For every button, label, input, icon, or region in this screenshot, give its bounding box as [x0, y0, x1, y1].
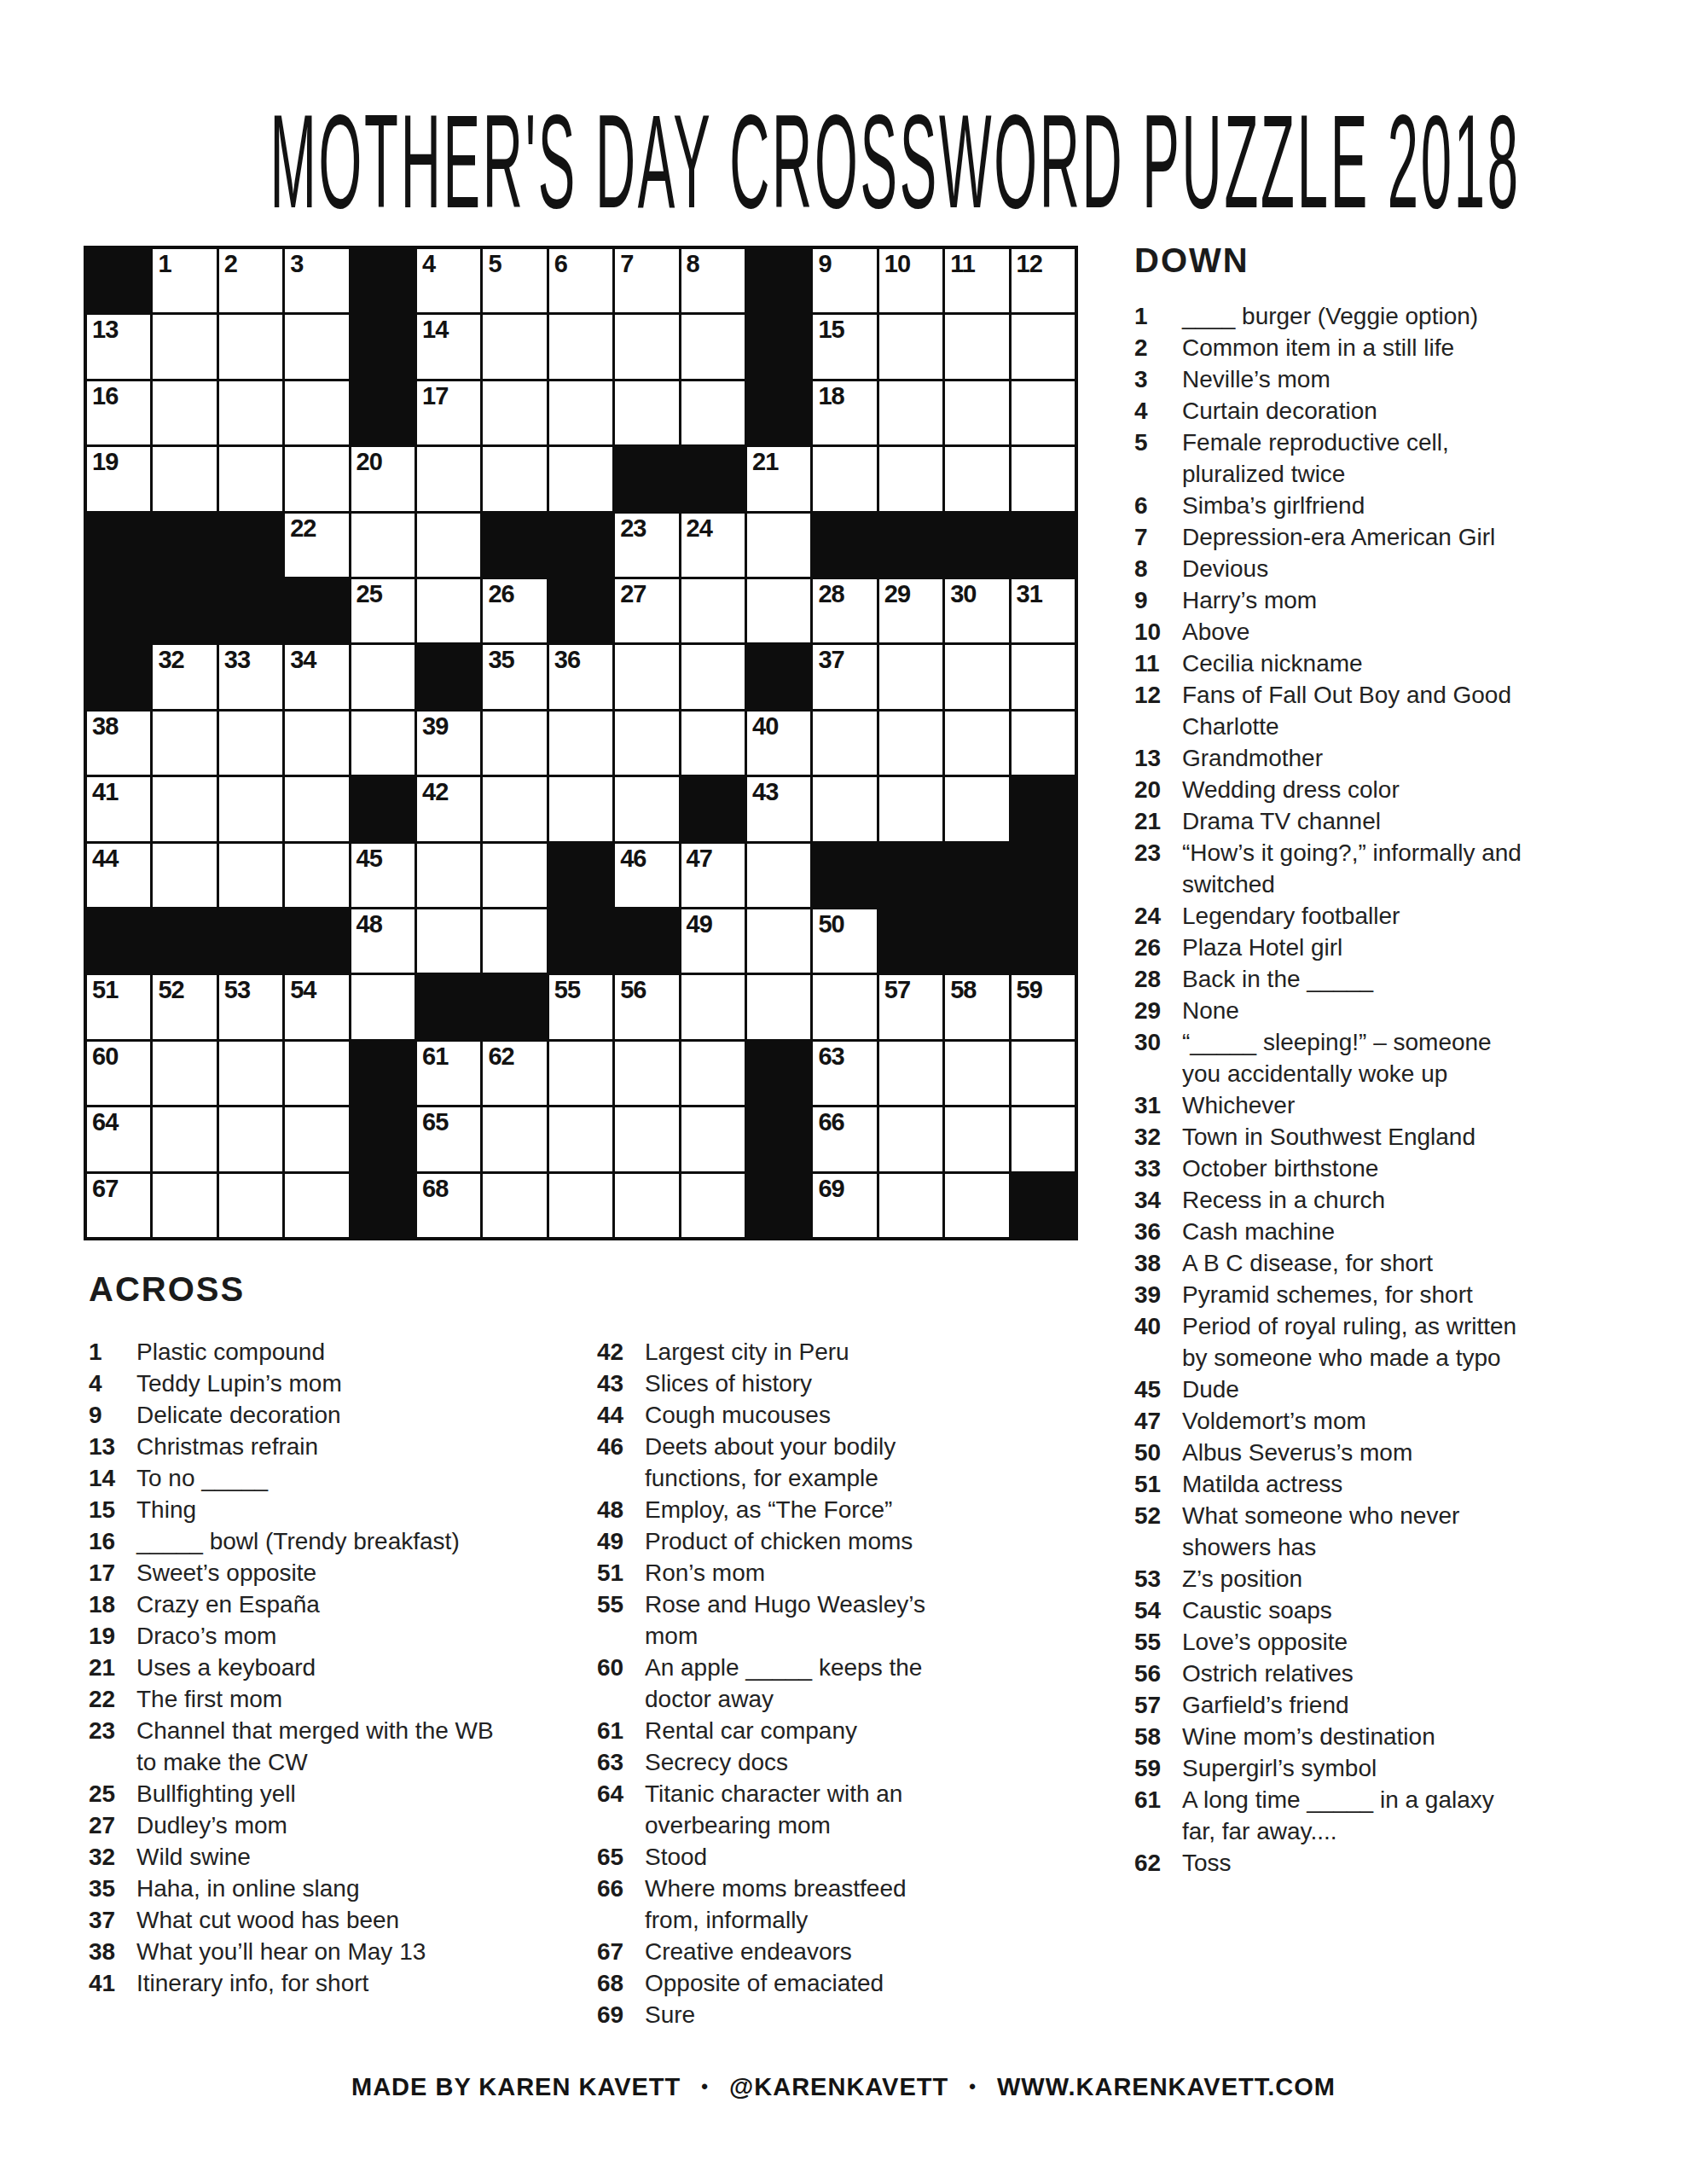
white-cell[interactable] — [615, 381, 678, 444]
white-cell[interactable] — [879, 1042, 942, 1105]
white-cell[interactable]: 22 — [285, 514, 348, 577]
white-cell[interactable]: 63 — [813, 1042, 876, 1105]
clue-number: 32 — [1134, 1121, 1182, 1153]
clue: 21Uses a keyboard — [89, 1652, 503, 1683]
footer-segment: WWW.KARENKAVETT.COM — [997, 2073, 1336, 2100]
clue: 14To no _____ — [89, 1462, 503, 1494]
white-cell[interactable] — [1012, 1107, 1075, 1170]
cell-number: 21 — [752, 448, 778, 476]
white-cell[interactable]: 29 — [879, 579, 942, 642]
across-header: ACROSS — [89, 1270, 245, 1309]
cell-number: 29 — [884, 580, 910, 608]
white-cell[interactable]: 59 — [1012, 975, 1075, 1038]
white-cell[interactable]: 43 — [747, 777, 810, 840]
black-cell — [615, 447, 678, 510]
white-cell[interactable] — [219, 447, 282, 510]
white-cell[interactable] — [879, 1174, 942, 1237]
white-cell[interactable]: 31 — [1012, 579, 1075, 642]
white-cell[interactable]: 15 — [813, 315, 876, 378]
white-cell[interactable] — [153, 315, 216, 378]
black-cell — [285, 909, 348, 973]
white-cell[interactable]: 24 — [681, 514, 745, 577]
white-cell[interactable] — [615, 777, 678, 840]
cell-number: 64 — [92, 1108, 118, 1136]
white-cell[interactable]: 19 — [87, 447, 150, 510]
down-clues-column: 1____ burger (Veggie option)2Common item… — [1134, 300, 1528, 1879]
white-cell[interactable]: 46 — [615, 844, 678, 907]
clue: 7Depression-era American Girl — [1134, 521, 1528, 553]
white-cell[interactable] — [219, 1174, 282, 1237]
clue-text: To no _____ — [136, 1462, 503, 1494]
white-cell[interactable]: 34 — [285, 645, 348, 708]
black-cell — [879, 514, 942, 577]
white-cell[interactable] — [879, 645, 942, 708]
white-cell[interactable] — [219, 777, 282, 840]
white-cell[interactable] — [945, 1107, 1008, 1170]
white-cell[interactable] — [483, 844, 546, 907]
white-cell[interactable] — [879, 712, 942, 775]
clue-text: Grandmother — [1182, 742, 1528, 774]
white-cell[interactable] — [615, 315, 678, 378]
white-cell[interactable]: 61 — [417, 1042, 480, 1105]
white-cell[interactable] — [945, 447, 1008, 510]
clue-number: 58 — [1134, 1721, 1182, 1752]
white-cell[interactable] — [285, 1174, 348, 1237]
white-cell[interactable] — [285, 712, 348, 775]
white-cell[interactable]: 60 — [87, 1042, 150, 1105]
clue-text: Secrecy docs — [645, 1746, 962, 1778]
white-cell[interactable]: 5 — [483, 249, 546, 312]
black-cell — [87, 579, 150, 642]
white-cell[interactable] — [483, 1107, 546, 1170]
white-cell[interactable] — [417, 909, 480, 973]
white-cell[interactable]: 21 — [747, 447, 810, 510]
white-cell[interactable]: 12 — [1012, 249, 1075, 312]
clue-number: 38 — [89, 1936, 136, 1967]
white-cell[interactable]: 13 — [87, 315, 150, 378]
white-cell[interactable] — [351, 712, 415, 775]
white-cell[interactable] — [549, 1174, 612, 1237]
white-cell[interactable] — [483, 909, 546, 973]
cell-number: 45 — [357, 845, 382, 873]
white-cell[interactable] — [681, 1042, 745, 1105]
clue: 68Opposite of emaciated — [597, 1967, 962, 1999]
clue-text: Devious — [1182, 553, 1528, 584]
white-cell[interactable] — [681, 975, 745, 1038]
white-cell[interactable] — [1012, 447, 1075, 510]
black-cell — [879, 909, 942, 973]
white-cell[interactable]: 4 — [417, 249, 480, 312]
white-cell[interactable] — [945, 1174, 1008, 1237]
white-cell[interactable] — [219, 1042, 282, 1105]
white-cell[interactable] — [945, 645, 1008, 708]
white-cell[interactable] — [813, 975, 876, 1038]
white-cell[interactable]: 40 — [747, 712, 810, 775]
white-cell[interactable] — [219, 315, 282, 378]
white-cell[interactable] — [681, 712, 745, 775]
clue-number: 41 — [89, 1967, 136, 1999]
white-cell[interactable]: 44 — [87, 844, 150, 907]
clue: 31Whichever — [1134, 1089, 1528, 1121]
white-cell[interactable] — [483, 1174, 546, 1237]
white-cell[interactable]: 16 — [87, 381, 150, 444]
white-cell[interactable] — [615, 1174, 678, 1237]
black-cell — [483, 975, 546, 1038]
clue: 23Channel that merged with the WB to mak… — [89, 1715, 503, 1778]
clue-number: 23 — [1134, 837, 1182, 868]
white-cell[interactable] — [153, 1107, 216, 1170]
white-cell[interactable] — [549, 1042, 612, 1105]
clue: 6Simba’s girlfriend — [1134, 490, 1528, 521]
clue-text: Deets about your bodily functions, for e… — [645, 1431, 962, 1494]
white-cell[interactable] — [351, 645, 415, 708]
white-cell[interactable]: 32 — [153, 645, 216, 708]
white-cell[interactable]: 10 — [879, 249, 942, 312]
white-cell[interactable]: 1 — [153, 249, 216, 312]
white-cell[interactable] — [285, 381, 348, 444]
white-cell[interactable] — [549, 315, 612, 378]
clue: 9Harry’s mom — [1134, 584, 1528, 616]
clue: 55Love’s opposite — [1134, 1626, 1528, 1658]
clue-text: Haha, in online slang — [136, 1873, 503, 1904]
cell-number: 40 — [752, 712, 778, 741]
clue: 16_____ bowl (Trendy breakfast) — [89, 1525, 503, 1557]
white-cell[interactable] — [285, 1107, 348, 1170]
white-cell[interactable]: 18 — [813, 381, 876, 444]
cell-number: 39 — [422, 712, 448, 741]
white-cell[interactable]: 65 — [417, 1107, 480, 1170]
white-cell[interactable] — [681, 645, 745, 708]
clue-number: 27 — [89, 1809, 136, 1841]
white-cell[interactable] — [483, 381, 546, 444]
white-cell[interactable] — [747, 975, 810, 1038]
white-cell[interactable]: 3 — [285, 249, 348, 312]
white-cell[interactable] — [813, 447, 876, 510]
white-cell[interactable] — [549, 712, 612, 775]
clue-number: 12 — [1134, 679, 1182, 711]
white-cell[interactable]: 55 — [549, 975, 612, 1038]
clue-number: 34 — [1134, 1184, 1182, 1216]
white-cell[interactable] — [285, 447, 348, 510]
white-cell[interactable]: 66 — [813, 1107, 876, 1170]
white-cell[interactable]: 6 — [549, 249, 612, 312]
white-cell[interactable] — [879, 777, 942, 840]
clue: 49Product of chicken moms — [597, 1525, 962, 1557]
white-cell[interactable]: 54 — [285, 975, 348, 1038]
white-cell[interactable] — [549, 447, 612, 510]
crossword-grid: 1234567891011121314151617181920212223242… — [84, 246, 1078, 1240]
clue-text: Depression-era American Girl — [1182, 521, 1528, 553]
clue-text: Employ, as “The Force” — [645, 1494, 962, 1525]
clue: 51Ron’s mom — [597, 1557, 962, 1589]
white-cell[interactable]: 26 — [483, 579, 546, 642]
white-cell[interactable]: 47 — [681, 844, 745, 907]
white-cell[interactable] — [1012, 381, 1075, 444]
clue-text: Delicate decoration — [136, 1399, 503, 1431]
footer-credit: MADE BY KAREN KAVETT•@KARENKAVETT•WWW.KA… — [0, 2073, 1687, 2101]
white-cell[interactable] — [549, 1107, 612, 1170]
clue: 60An apple _____ keeps the doctor away — [597, 1652, 962, 1715]
clue-number: 48 — [597, 1494, 645, 1525]
white-cell[interactable] — [945, 712, 1008, 775]
clue: 40Period of royal ruling, as written by … — [1134, 1310, 1528, 1374]
white-cell[interactable] — [153, 712, 216, 775]
cell-number: 23 — [620, 514, 646, 543]
white-cell[interactable]: 69 — [813, 1174, 876, 1237]
white-cell[interactable] — [351, 975, 415, 1038]
white-cell[interactable] — [945, 381, 1008, 444]
cell-number: 67 — [92, 1175, 118, 1203]
white-cell[interactable] — [153, 381, 216, 444]
cell-number: 10 — [884, 250, 910, 278]
white-cell[interactable] — [417, 579, 480, 642]
clue: 47Voldemort’s mom — [1134, 1405, 1528, 1437]
clue-text: Plastic compound — [136, 1336, 503, 1368]
white-cell[interactable] — [1012, 1042, 1075, 1105]
clue: 4Curtain decoration — [1134, 395, 1528, 427]
white-cell[interactable]: 50 — [813, 909, 876, 973]
clue: 33October birthstone — [1134, 1153, 1528, 1184]
clue-number: 31 — [1134, 1089, 1182, 1121]
white-cell[interactable] — [549, 777, 612, 840]
white-cell[interactable] — [879, 315, 942, 378]
clue-number: 1 — [89, 1336, 136, 1368]
white-cell[interactable] — [615, 645, 678, 708]
white-cell[interactable] — [747, 844, 810, 907]
white-cell[interactable]: 58 — [945, 975, 1008, 1038]
clue-text: Rose and Hugo Weasley’s mom — [645, 1589, 962, 1652]
clue-text: Matilda actress — [1182, 1468, 1528, 1500]
white-cell[interactable] — [285, 1042, 348, 1105]
white-cell[interactable]: 48 — [351, 909, 415, 973]
clue: 48Employ, as “The Force” — [597, 1494, 962, 1525]
white-cell[interactable] — [1012, 315, 1075, 378]
white-cell[interactable]: 64 — [87, 1107, 150, 1170]
clue: 41Itinerary info, for short — [89, 1967, 503, 1999]
white-cell[interactable] — [615, 1107, 678, 1170]
white-cell[interactable] — [219, 844, 282, 907]
white-cell[interactable]: 62 — [483, 1042, 546, 1105]
clue-text: Ostrich relatives — [1182, 1658, 1528, 1689]
clue: 43Slices of history — [597, 1368, 962, 1399]
white-cell[interactable] — [483, 447, 546, 510]
clue-text: Wedding dress color — [1182, 774, 1528, 805]
cell-number: 11 — [950, 250, 975, 278]
white-cell[interactable]: 35 — [483, 645, 546, 708]
black-cell — [681, 447, 745, 510]
white-cell[interactable]: 11 — [945, 249, 1008, 312]
cell-number: 43 — [752, 778, 778, 806]
clue-number: 50 — [1134, 1437, 1182, 1468]
white-cell[interactable]: 8 — [681, 249, 745, 312]
clue-text: Channel that merged with the WB to make … — [136, 1715, 503, 1778]
clue-text: Crazy en España — [136, 1589, 503, 1620]
clue-number: 29 — [1134, 995, 1182, 1026]
white-cell[interactable]: 45 — [351, 844, 415, 907]
white-cell[interactable] — [813, 777, 876, 840]
cell-number: 24 — [687, 514, 712, 543]
white-cell[interactable]: 57 — [879, 975, 942, 1038]
cell-number: 44 — [92, 845, 118, 873]
cell-number: 20 — [357, 448, 382, 476]
clue-text: Back in the _____ — [1182, 963, 1528, 995]
clue-number: 13 — [89, 1431, 136, 1462]
white-cell[interactable] — [153, 844, 216, 907]
white-cell[interactable]: 14 — [417, 315, 480, 378]
white-cell[interactable] — [681, 1107, 745, 1170]
black-cell — [87, 645, 150, 708]
white-cell[interactable] — [879, 381, 942, 444]
white-cell[interactable] — [945, 315, 1008, 378]
white-cell[interactable]: 23 — [615, 514, 678, 577]
cell-number: 56 — [620, 976, 646, 1004]
white-cell[interactable] — [879, 1107, 942, 1170]
bullet-separator: • — [701, 2076, 709, 2098]
clue: 45Dude — [1134, 1374, 1528, 1405]
white-cell[interactable] — [153, 1174, 216, 1237]
clue: 22The first mom — [89, 1683, 503, 1715]
clue-number: 3 — [1134, 363, 1182, 395]
white-cell[interactable] — [417, 514, 480, 577]
white-cell[interactable]: 30 — [945, 579, 1008, 642]
white-cell[interactable]: 2 — [219, 249, 282, 312]
cell-number: 59 — [1017, 976, 1042, 1004]
white-cell[interactable]: 41 — [87, 777, 150, 840]
clue-number: 35 — [89, 1873, 136, 1904]
white-cell[interactable]: 56 — [615, 975, 678, 1038]
white-cell[interactable] — [681, 1174, 745, 1237]
cell-number: 1 — [158, 250, 171, 278]
cell-number: 19 — [92, 448, 118, 476]
white-cell[interactable] — [219, 381, 282, 444]
white-cell[interactable]: 36 — [549, 645, 612, 708]
clue-number: 8 — [1134, 553, 1182, 584]
clue-number: 19 — [89, 1620, 136, 1652]
white-cell[interactable]: 27 — [615, 579, 678, 642]
clue-number: 60 — [597, 1652, 645, 1683]
white-cell[interactable]: 68 — [417, 1174, 480, 1237]
clue-text: Creative endeavors — [645, 1936, 962, 1967]
white-cell[interactable]: 7 — [615, 249, 678, 312]
white-cell[interactable] — [153, 447, 216, 510]
white-cell[interactable] — [549, 381, 612, 444]
black-cell — [879, 844, 942, 907]
black-cell — [681, 777, 745, 840]
clue-text: Largest city in Peru — [645, 1336, 962, 1368]
white-cell[interactable] — [153, 1042, 216, 1105]
white-cell[interactable] — [747, 579, 810, 642]
white-cell[interactable]: 52 — [153, 975, 216, 1038]
white-cell[interactable]: 42 — [417, 777, 480, 840]
white-cell[interactable] — [879, 447, 942, 510]
clue-number: 63 — [597, 1746, 645, 1778]
white-cell[interactable]: 17 — [417, 381, 480, 444]
white-cell[interactable] — [747, 514, 810, 577]
white-cell[interactable] — [483, 315, 546, 378]
white-cell[interactable] — [219, 712, 282, 775]
cell-number: 55 — [554, 976, 580, 1004]
white-cell[interactable] — [747, 909, 810, 973]
clue-text: Teddy Lupin’s mom — [136, 1368, 503, 1399]
white-cell[interactable] — [615, 1042, 678, 1105]
clue-text: Simba’s girlfriend — [1182, 490, 1528, 521]
white-cell[interactable]: 33 — [219, 645, 282, 708]
white-cell[interactable]: 25 — [351, 579, 415, 642]
white-cell[interactable] — [1012, 645, 1075, 708]
white-cell[interactable] — [813, 712, 876, 775]
white-cell[interactable] — [483, 777, 546, 840]
clue-text: Whichever — [1182, 1089, 1528, 1121]
clue-text: Albus Severus’s mom — [1182, 1437, 1528, 1468]
white-cell[interactable]: 37 — [813, 645, 876, 708]
clue-text: ____ burger (Veggie option) — [1182, 300, 1528, 332]
black-cell — [1012, 777, 1075, 840]
white-cell[interactable] — [483, 712, 546, 775]
clue-text: A B C disease, for short — [1182, 1247, 1528, 1279]
white-cell[interactable]: 49 — [681, 909, 745, 973]
cell-number: 51 — [92, 976, 118, 1004]
clue: 39Pyramid schemes, for short — [1134, 1279, 1528, 1310]
cell-number: 31 — [1017, 580, 1042, 608]
clue-text: Thing — [136, 1494, 503, 1525]
white-cell[interactable] — [417, 447, 480, 510]
clue-text: Legendary footballer — [1182, 900, 1528, 932]
white-cell[interactable]: 9 — [813, 249, 876, 312]
white-cell[interactable] — [417, 844, 480, 907]
clue-number: 46 — [597, 1431, 645, 1462]
bullet-separator: • — [969, 2076, 977, 2098]
clue-number: 40 — [1134, 1310, 1182, 1342]
clue-text: A long time _____ in a galaxy far, far a… — [1182, 1784, 1528, 1847]
white-cell[interactable] — [285, 315, 348, 378]
clue-number: 4 — [1134, 395, 1182, 427]
clue-number: 54 — [1134, 1594, 1182, 1626]
clue-text: Opposite of emaciated — [645, 1967, 962, 1999]
clue: 5Female reproductive cell, pluralized tw… — [1134, 427, 1528, 490]
white-cell[interactable] — [681, 579, 745, 642]
white-cell[interactable]: 28 — [813, 579, 876, 642]
clue-text: Dudley’s mom — [136, 1809, 503, 1841]
white-cell[interactable]: 39 — [417, 712, 480, 775]
white-cell[interactable]: 38 — [87, 712, 150, 775]
clue-number: 36 — [1134, 1216, 1182, 1247]
white-cell[interactable] — [945, 777, 1008, 840]
white-cell[interactable] — [681, 315, 745, 378]
white-cell[interactable] — [615, 712, 678, 775]
white-cell[interactable] — [153, 777, 216, 840]
white-cell[interactable]: 53 — [219, 975, 282, 1038]
white-cell[interactable] — [219, 1107, 282, 1170]
black-cell — [153, 579, 216, 642]
white-cell[interactable] — [681, 381, 745, 444]
clue-number: 26 — [1134, 932, 1182, 963]
cell-number: 4 — [422, 250, 435, 278]
white-cell[interactable]: 51 — [87, 975, 150, 1038]
clue-text: Wine mom’s destination — [1182, 1721, 1528, 1752]
black-cell — [945, 514, 1008, 577]
white-cell[interactable]: 20 — [351, 447, 415, 510]
black-cell — [747, 1107, 810, 1170]
black-cell — [87, 514, 150, 577]
white-cell[interactable] — [285, 777, 348, 840]
white-cell[interactable] — [351, 514, 415, 577]
white-cell[interactable] — [945, 1042, 1008, 1105]
white-cell[interactable] — [285, 844, 348, 907]
across-clues-column-1: 1Plastic compound4Teddy Lupin’s mom9Deli… — [89, 1336, 503, 1999]
white-cell[interactable] — [1012, 712, 1075, 775]
clue-text: Toss — [1182, 1847, 1528, 1879]
white-cell[interactable]: 67 — [87, 1174, 150, 1237]
